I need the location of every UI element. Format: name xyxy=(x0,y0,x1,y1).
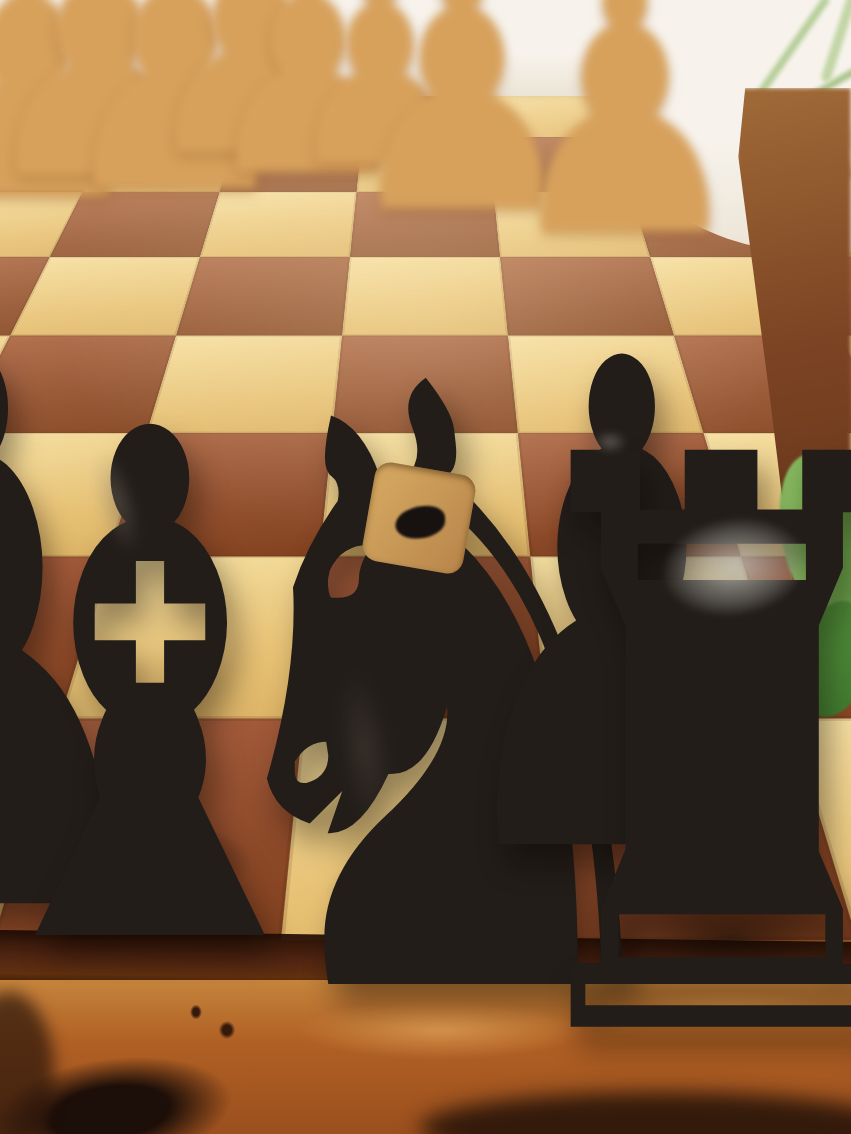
knight-mouth-carving xyxy=(394,505,446,540)
chess-photo-scene: ♟ ♟ ♟ ♟ ♟ ♟ ♟ ♟ ♟ ♝ ♞ ♟ ♜ xyxy=(0,0,851,1134)
knight-muzzle-patch xyxy=(360,460,478,576)
black-rook: ♜ xyxy=(453,358,851,1134)
